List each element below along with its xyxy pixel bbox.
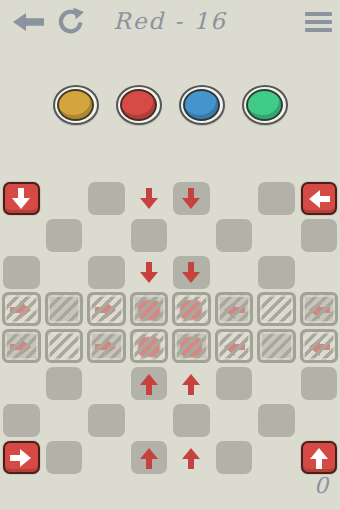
striped-cage [300,292,339,326]
board-cell-r1c5 [213,217,256,254]
board-cell-r4c3 [128,328,171,365]
checker-tile [46,219,83,252]
board-cell-r5c5 [213,365,256,402]
board-cell-r7c3 [128,439,171,476]
striped-cage [172,292,211,326]
striped-cage [257,292,296,326]
push-button-up[interactable] [301,441,338,474]
arrow-up-icon [140,447,158,469]
arrow-up-icon [182,447,200,469]
striped-cage [45,329,84,363]
move-counter: 0 [314,473,328,498]
checker-tile [88,256,125,289]
board-cell-r4c1 [43,328,86,365]
board-cell-r1c3 [128,217,171,254]
board-cell-r3c1 [43,291,86,328]
checker-tile [3,404,40,437]
checker-tile [173,404,210,437]
striped-cage [257,329,296,363]
board-cell-r0c2 [85,180,128,217]
checker-tile [216,367,253,400]
push-button-down[interactable] [3,182,40,215]
arrow-up-icon [140,373,158,395]
board-cell-r2c0 [0,254,43,291]
board-cell-r5c0 [0,365,43,402]
board-cell-r4c5 [213,328,256,365]
board-cell-r4c2 [85,328,128,365]
arrow-down-icon [182,262,200,284]
board-cell-r5c3 [128,365,171,402]
striped-cage [45,292,84,326]
checker-tile [88,182,125,215]
checker-tile [301,367,338,400]
checker-tile [46,367,83,400]
board-cell-r5c6 [255,365,298,402]
board-cell-r3c2 [85,291,128,328]
board-cell-r5c7 [298,365,340,402]
arrow-right-icon [10,449,32,467]
blue-color-button[interactable] [179,85,225,125]
push-button-right[interactable] [3,441,40,474]
arrow-up-icon [182,373,200,395]
board-cell-r4c4 [170,328,213,365]
menu-icon[interactable] [305,12,332,32]
board-cell-r0c5 [213,180,256,217]
striped-cage [130,329,169,363]
arrow-up-icon [310,447,328,469]
striped-cage [2,292,41,326]
board-cell-r6c6 [255,402,298,439]
striped-cage [300,329,339,363]
puzzle-board[interactable] [0,180,340,476]
board-cell-r1c7 [298,217,340,254]
striped-cage [130,292,169,326]
board-cell-r2c4 [170,254,213,291]
top-bar: Red - 16 [0,0,340,48]
board-cell-r0c6 [255,180,298,217]
board-cell-r7c1 [43,439,86,476]
checker-tile [46,441,83,474]
green-color-button[interactable] [242,85,288,125]
board-cell-r2c2 [85,254,128,291]
striped-cage [87,292,126,326]
board-cell-r6c7 [298,402,340,439]
board-cell-r0c7 [298,180,340,217]
striped-cage [87,329,126,363]
board-cell-r6c0 [0,402,43,439]
board-cell-r3c4 [170,291,213,328]
board-cell-r7c0 [0,439,43,476]
arrow-down-icon [140,262,158,284]
board-cell-r2c7 [298,254,340,291]
board-cell-r3c6 [255,291,298,328]
board-cell-r5c2 [85,365,128,402]
board-cell-r0c0 [0,180,43,217]
board-cell-r6c1 [43,402,86,439]
back-icon[interactable] [13,13,44,31]
checker-tile [216,219,253,252]
red-pill [120,89,157,121]
board-cell-r6c3 [128,402,171,439]
board-cell-r4c0 [0,328,43,365]
checker-tile [3,256,40,289]
board-cell-r7c7 [298,439,340,476]
checker-tile [258,182,295,215]
striped-cage [215,292,254,326]
board-cell-r1c4 [170,217,213,254]
app-screen: Red - 16 0 [0,0,340,510]
checker-tile [131,219,168,252]
color-button-row [0,85,340,125]
board-cell-r1c6 [255,217,298,254]
board-cell-r5c1 [43,365,86,402]
board-cell-r1c1 [43,217,86,254]
arrow-down-icon [182,188,200,210]
board-cell-r3c3 [128,291,171,328]
board-cell-r2c1 [43,254,86,291]
arrow-down-icon [140,188,158,210]
board-cell-r0c1 [43,180,86,217]
board-cell-r6c2 [85,402,128,439]
green-pill [246,89,283,121]
board-cell-r5c4 [170,365,213,402]
push-button-left[interactable] [301,182,338,215]
blue-pill [183,89,220,121]
board-cell-r3c5 [213,291,256,328]
board-cell-r1c2 [85,217,128,254]
board-cell-r2c3 [128,254,171,291]
striped-cage [2,329,41,363]
board-cell-r7c5 [213,439,256,476]
board-cell-r1c0 [0,217,43,254]
arrow-down-icon [12,188,30,210]
checker-tile [216,441,253,474]
board-cell-r7c2 [85,439,128,476]
checker-tile [258,404,295,437]
board-cell-r2c5 [213,254,256,291]
yellow-pill [57,89,94,121]
level-title: Red - 16 [0,8,340,34]
board-cell-r7c4 [170,439,213,476]
board-cell-r6c5 [213,402,256,439]
board-cell-r4c6 [255,328,298,365]
board-cell-r4c7 [298,328,340,365]
board-cell-r2c6 [255,254,298,291]
striped-cage [215,329,254,363]
board-cell-r0c4 [170,180,213,217]
checker-tile [258,256,295,289]
yellow-color-button[interactable] [53,85,99,125]
arrow-left-icon [308,190,330,208]
board-cell-r3c0 [0,291,43,328]
board-cell-r7c6 [255,439,298,476]
checker-tile [301,219,338,252]
board-cell-r3c7 [298,291,340,328]
checker-tile [88,404,125,437]
red-color-button[interactable] [116,85,162,125]
board-cell-r0c3 [128,180,171,217]
restart-icon[interactable] [55,7,85,36]
striped-cage [172,329,211,363]
board-cell-r6c4 [170,402,213,439]
